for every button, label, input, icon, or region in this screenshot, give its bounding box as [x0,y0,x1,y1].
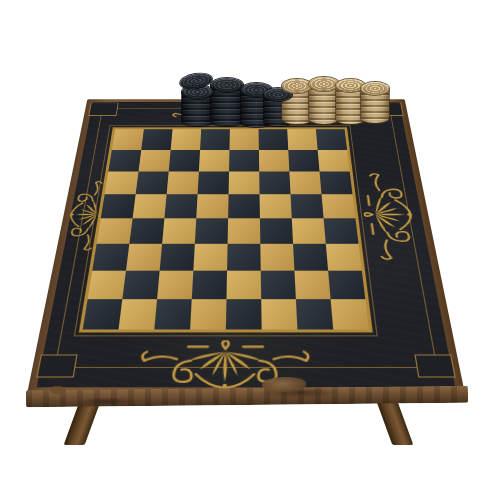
board-cell [318,150,350,172]
board-cell [226,271,261,300]
board-cell [293,244,328,271]
board-cell [320,171,353,194]
board-cell [229,129,258,150]
board-cell [105,171,139,194]
board-cell [164,194,197,218]
board-cell [126,244,162,271]
board-cell [169,150,200,172]
board-cell [328,271,365,300]
corner-motif [373,103,403,116]
board-cell [193,244,227,271]
board-cell [229,171,260,194]
board-cell [228,218,261,243]
board-cell [196,194,228,218]
board-cell [287,129,317,150]
board-cell [261,299,297,329]
checker-piece-top [361,82,389,95]
board-cell [288,150,319,172]
board-cell [112,129,144,150]
board-cell [322,194,356,218]
board-cell [154,299,191,329]
board-cell [260,218,293,243]
worn-paint-patch [50,386,65,394]
board-cell [141,129,172,150]
checkerboard [79,127,373,332]
board-cell [296,299,333,329]
checker-piece-top [309,77,339,91]
board-cell [88,271,126,300]
board-cell [226,299,262,329]
board-cell [227,244,261,271]
table-front-rail [26,386,468,408]
checker-piece-top [182,85,213,99]
corner-motif [36,354,77,377]
table-leg-right [376,399,414,445]
board-cell [160,244,195,271]
board-cell [324,218,359,243]
board-cell [261,271,296,300]
checker-piece-top [211,78,243,92]
board-cell [171,129,202,150]
board-cell [291,194,324,218]
board-cell [199,150,230,172]
checker-piece-top [179,72,213,91]
checker-piece-top [282,79,312,93]
board-cell [198,171,229,194]
photo-scene [0,0,500,500]
board-cell [139,150,171,172]
corner-motif [88,103,118,116]
board-cell [162,218,196,243]
palmette-ornament-right [358,171,424,263]
board-cell [326,244,362,271]
board-cell [97,218,133,243]
table-black-surface [37,102,456,387]
board-cell [292,218,326,243]
board-cell [101,194,136,218]
board-cell [259,171,290,194]
board-cell [136,171,169,194]
board-cell [228,194,260,218]
board-cell [119,299,158,329]
board-cell [259,129,289,150]
board-cell [195,218,228,243]
checker-piece-top [241,83,272,97]
board-cell [192,271,227,300]
tilted-checker-piece [179,72,213,90]
corner-motif [414,354,455,377]
checker-piece-top [336,79,365,92]
board-cell [289,171,321,194]
board-cell [259,150,290,172]
table-top-wood-edge [27,99,465,394]
board-cell [190,299,226,329]
board-cell [92,244,129,271]
board-cell [200,129,230,150]
board-cell [316,129,347,150]
board-cell [129,218,164,243]
palmette-ornament-top [168,102,292,121]
board-cell [260,244,294,271]
board-cell [294,271,330,300]
board-cell [331,299,369,329]
board-cell [133,194,167,218]
board-cell [83,299,123,329]
board-cell [167,171,199,194]
board-cell [122,271,159,300]
board-cell [229,150,259,172]
board-cell [260,194,292,218]
board-cell [108,150,141,172]
board-cell [157,271,193,300]
